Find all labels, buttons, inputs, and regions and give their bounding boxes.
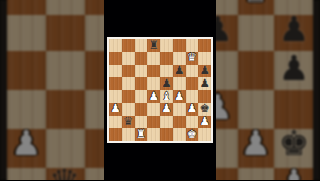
black-queen: ♛: [123, 116, 133, 128]
white-pawn: ♟: [148, 90, 158, 102]
square-a8: [109, 39, 122, 52]
black-pawn: ♟: [199, 77, 209, 89]
square-c2: [135, 116, 148, 129]
chess-board-frame: ♜♛♟♟♟♟♟♝♟♟♟♟♚♛♟♜♚: [107, 37, 213, 143]
square-e6: [160, 65, 173, 78]
square-g4: [186, 90, 199, 103]
square-a4: [7, 90, 45, 128]
square-d7: [147, 52, 160, 65]
square-b4: [45, 90, 83, 128]
square-g1: ♚: [186, 128, 199, 141]
video-frame[interactable]: ♜♛♟♟♟♟♟♝♟♟♟♟♚♛♟♜♚ ♜♛♟♟♟♟♟♝♟♟♟♟♚♛♟♜♚: [0, 0, 320, 180]
square-a5: [7, 52, 45, 90]
square-a3: ♟: [109, 103, 122, 116]
white-pawn: ♟: [11, 129, 42, 164]
white-rook: ♜: [136, 128, 146, 140]
chess-board: ♜♛♟♟♟♟♟♝♟♟♟♟♚♛♟♜♚: [109, 39, 211, 141]
square-e2: [160, 116, 173, 129]
square-a3: ♟: [7, 128, 45, 166]
square-f8: [173, 39, 186, 52]
black-king: ♚: [278, 129, 309, 164]
black-king: ♚: [199, 103, 209, 115]
square-e4: ♝: [160, 90, 173, 103]
black-pawn: ♟: [161, 77, 171, 89]
square-g5: [237, 52, 275, 90]
square-e7: [160, 52, 173, 65]
square-d5: [147, 77, 160, 90]
square-b1: [122, 128, 135, 141]
square-c4: [135, 90, 148, 103]
square-g2: [186, 116, 199, 129]
square-h4: [275, 90, 313, 128]
square-g7: ♛: [237, 0, 275, 14]
white-pawn: ♟: [174, 90, 184, 102]
square-g4: [237, 90, 275, 128]
square-b5: [45, 52, 83, 90]
black-queen: ♛: [49, 167, 80, 180]
square-b6: [45, 14, 83, 52]
square-d8: ♜: [147, 39, 160, 52]
white-bishop: ♝: [161, 90, 171, 102]
square-h3: ♚: [275, 128, 313, 166]
white-king: ♚: [187, 128, 197, 140]
square-c6: [135, 65, 148, 78]
black-pawn: ♟: [278, 14, 309, 49]
square-g8: [186, 39, 199, 52]
square-g2: [237, 167, 275, 181]
square-b7: [122, 52, 135, 65]
white-pawn: ♟: [240, 129, 271, 164]
square-d1: [147, 128, 160, 141]
square-f2: [173, 116, 186, 129]
square-g7: ♛: [186, 52, 199, 65]
square-h4: [198, 90, 211, 103]
white-pawn: ♟: [278, 167, 309, 180]
square-h5: ♟: [198, 77, 211, 90]
square-f7: [173, 52, 186, 65]
square-h2: ♟: [275, 167, 313, 181]
square-b2: ♛: [122, 116, 135, 129]
white-pawn: ♟: [110, 103, 120, 115]
square-a2: [109, 116, 122, 129]
square-a5: [109, 77, 122, 90]
square-h6: ♟: [275, 14, 313, 52]
white-pawn: ♟: [199, 116, 209, 128]
square-g6: [237, 14, 275, 52]
square-a4: [109, 90, 122, 103]
square-h7: [198, 52, 211, 65]
square-c5: [135, 77, 148, 90]
square-h8: [198, 39, 211, 52]
square-a6: [109, 65, 122, 78]
square-c7: [135, 52, 148, 65]
square-a7: [7, 0, 45, 14]
square-b8: [122, 39, 135, 52]
square-a1: [109, 128, 122, 141]
square-h6: ♟: [198, 65, 211, 78]
square-d3: [147, 103, 160, 116]
square-d4: ♟: [147, 90, 160, 103]
white-pawn: ♟: [161, 103, 171, 115]
square-c8: [135, 39, 148, 52]
black-rook: ♜: [148, 39, 158, 51]
square-e3: ♟: [160, 103, 173, 116]
square-b2: ♛: [45, 167, 83, 181]
white-queen: ♛: [240, 0, 271, 10]
square-e5: ♟: [160, 77, 173, 90]
square-f1: [173, 128, 186, 141]
square-b7: [45, 0, 83, 14]
square-h5: ♟: [275, 52, 313, 90]
square-h2: ♟: [198, 116, 211, 129]
square-f4: ♟: [173, 90, 186, 103]
square-b5: [122, 77, 135, 90]
white-queen: ♛: [187, 52, 197, 64]
square-b6: [122, 65, 135, 78]
square-g6: [186, 65, 199, 78]
square-b4: [122, 90, 135, 103]
square-h7: [275, 0, 313, 14]
square-f5: [173, 77, 186, 90]
square-b3: [45, 128, 83, 166]
square-a2: [7, 167, 45, 181]
black-pawn: ♟: [199, 65, 209, 77]
square-h3: ♚: [198, 103, 211, 116]
square-e8: [160, 39, 173, 52]
black-pawn: ♟: [174, 65, 184, 77]
black-pawn: ♟: [278, 52, 309, 87]
square-a7: [109, 52, 122, 65]
square-a6: [7, 14, 45, 52]
square-f6: ♟: [173, 65, 186, 78]
square-e1: [160, 128, 173, 141]
white-pawn: ♟: [187, 103, 197, 115]
square-g3: ♟: [237, 128, 275, 166]
square-b3: [122, 103, 135, 116]
square-g3: ♟: [186, 103, 199, 116]
square-c3: [135, 103, 148, 116]
square-g5: [186, 77, 199, 90]
square-h1: [198, 128, 211, 141]
square-c1: ♜: [135, 128, 148, 141]
square-d6: [147, 65, 160, 78]
square-f3: [173, 103, 186, 116]
square-d2: [147, 116, 160, 129]
